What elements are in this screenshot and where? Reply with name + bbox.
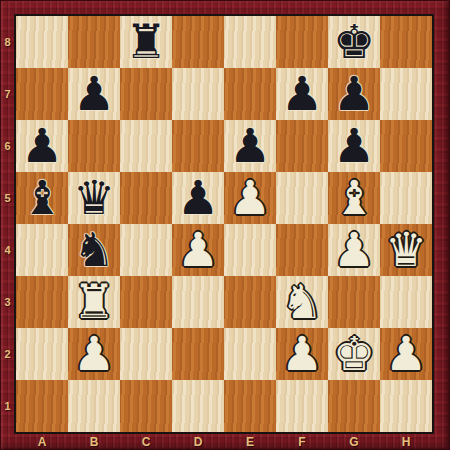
file-label-c: C xyxy=(120,433,172,450)
file-label-g: G xyxy=(328,433,380,450)
square-d6[interactable] xyxy=(172,120,224,172)
square-c8[interactable]: ♜ xyxy=(120,16,172,68)
file-label-b: B xyxy=(68,433,120,450)
black-pawn-e6: ♟ xyxy=(229,122,271,169)
white-king-g2: ♚ xyxy=(333,330,375,377)
black-king-g8: ♚ xyxy=(333,18,375,65)
square-g4[interactable]: ♟ xyxy=(328,224,380,276)
square-g1[interactable] xyxy=(328,380,380,432)
square-f2[interactable]: ♟ xyxy=(276,328,328,380)
square-d1[interactable] xyxy=(172,380,224,432)
white-rook-b3: ♜ xyxy=(73,278,115,325)
square-d2[interactable] xyxy=(172,328,224,380)
square-e1[interactable] xyxy=(224,380,276,432)
square-e8[interactable] xyxy=(224,16,276,68)
file-label-d: D xyxy=(172,433,224,450)
square-e3[interactable] xyxy=(224,276,276,328)
white-pawn-f2: ♟ xyxy=(281,330,323,377)
square-f4[interactable] xyxy=(276,224,328,276)
square-c4[interactable] xyxy=(120,224,172,276)
white-bishop-g5: ♝ xyxy=(333,174,375,221)
file-label-e: E xyxy=(224,433,276,450)
square-c3[interactable] xyxy=(120,276,172,328)
square-g3[interactable] xyxy=(328,276,380,328)
file-labels: ABCDEFGH xyxy=(16,433,432,450)
square-f7[interactable]: ♟ xyxy=(276,68,328,120)
square-c7[interactable] xyxy=(120,68,172,120)
square-b1[interactable] xyxy=(68,380,120,432)
white-pawn-b2: ♟ xyxy=(73,330,115,377)
square-a3[interactable] xyxy=(16,276,68,328)
square-a6[interactable]: ♟ xyxy=(16,120,68,172)
white-pawn-h2: ♟ xyxy=(385,330,427,377)
black-queen-b5: ♛ xyxy=(73,174,115,221)
square-d7[interactable] xyxy=(172,68,224,120)
square-g8[interactable]: ♚ xyxy=(328,16,380,68)
square-a8[interactable] xyxy=(16,16,68,68)
white-knight-f3: ♞ xyxy=(281,278,323,325)
square-g6[interactable]: ♟ xyxy=(328,120,380,172)
square-h2[interactable]: ♟ xyxy=(380,328,432,380)
black-rook-c8: ♜ xyxy=(125,18,167,65)
square-d8[interactable] xyxy=(172,16,224,68)
square-h5[interactable] xyxy=(380,172,432,224)
square-b7[interactable]: ♟ xyxy=(68,68,120,120)
square-h6[interactable] xyxy=(380,120,432,172)
square-b6[interactable] xyxy=(68,120,120,172)
rank-label-7: 7 xyxy=(0,68,15,120)
square-e7[interactable] xyxy=(224,68,276,120)
square-c1[interactable] xyxy=(120,380,172,432)
square-h3[interactable] xyxy=(380,276,432,328)
rank-labels: 87654321 xyxy=(0,16,15,432)
rank-label-2: 2 xyxy=(0,328,15,380)
square-b2[interactable]: ♟ xyxy=(68,328,120,380)
white-pawn-g4: ♟ xyxy=(333,226,375,273)
square-f1[interactable] xyxy=(276,380,328,432)
black-pawn-g7: ♟ xyxy=(333,70,375,117)
square-g7[interactable]: ♟ xyxy=(328,68,380,120)
square-h4[interactable]: ♛ xyxy=(380,224,432,276)
square-d4[interactable]: ♟ xyxy=(172,224,224,276)
rank-label-1: 1 xyxy=(0,380,15,432)
black-pawn-a6: ♟ xyxy=(21,122,63,169)
square-g2[interactable]: ♚ xyxy=(328,328,380,380)
square-b3[interactable]: ♜ xyxy=(68,276,120,328)
square-b8[interactable] xyxy=(68,16,120,68)
rank-label-5: 5 xyxy=(0,172,15,224)
square-e2[interactable] xyxy=(224,328,276,380)
black-knight-b4: ♞ xyxy=(73,226,115,273)
square-e5[interactable]: ♟ xyxy=(224,172,276,224)
square-f6[interactable] xyxy=(276,120,328,172)
black-bishop-a5: ♝ xyxy=(21,174,63,221)
square-f3[interactable]: ♞ xyxy=(276,276,328,328)
black-pawn-d5: ♟ xyxy=(177,174,219,221)
chess-board-diagram: ♜♚♟♟♟♟♟♟♝♛♟♟♝♞♟♟♛♜♞♟♟♚♟ 87654321 ABCDEFG… xyxy=(0,0,450,450)
file-label-h: H xyxy=(380,433,432,450)
square-a7[interactable] xyxy=(16,68,68,120)
rank-label-4: 4 xyxy=(0,224,15,276)
white-pawn-d4: ♟ xyxy=(177,226,219,273)
square-c2[interactable] xyxy=(120,328,172,380)
black-pawn-f7: ♟ xyxy=(281,70,323,117)
white-pawn-e5: ♟ xyxy=(229,174,271,221)
square-a2[interactable] xyxy=(16,328,68,380)
white-queen-h4: ♛ xyxy=(385,226,427,273)
square-f8[interactable] xyxy=(276,16,328,68)
black-pawn-g6: ♟ xyxy=(333,122,375,169)
square-a4[interactable] xyxy=(16,224,68,276)
rank-label-3: 3 xyxy=(0,276,15,328)
square-d5[interactable]: ♟ xyxy=(172,172,224,224)
square-h7[interactable] xyxy=(380,68,432,120)
square-h1[interactable] xyxy=(380,380,432,432)
file-label-f: F xyxy=(276,433,328,450)
file-label-a: A xyxy=(16,433,68,450)
rank-label-6: 6 xyxy=(0,120,15,172)
square-b4[interactable]: ♞ xyxy=(68,224,120,276)
square-b5[interactable]: ♛ xyxy=(68,172,120,224)
square-h8[interactable] xyxy=(380,16,432,68)
board: ♜♚♟♟♟♟♟♟♝♛♟♟♝♞♟♟♛♜♞♟♟♚♟ xyxy=(14,14,434,434)
square-c6[interactable] xyxy=(120,120,172,172)
square-a1[interactable] xyxy=(16,380,68,432)
square-g5[interactable]: ♝ xyxy=(328,172,380,224)
square-e4[interactable] xyxy=(224,224,276,276)
rank-label-8: 8 xyxy=(0,16,15,68)
square-d3[interactable] xyxy=(172,276,224,328)
black-pawn-b7: ♟ xyxy=(73,70,115,117)
square-e6[interactable]: ♟ xyxy=(224,120,276,172)
square-a5[interactable]: ♝ xyxy=(16,172,68,224)
square-c5[interactable] xyxy=(120,172,172,224)
square-f5[interactable] xyxy=(276,172,328,224)
